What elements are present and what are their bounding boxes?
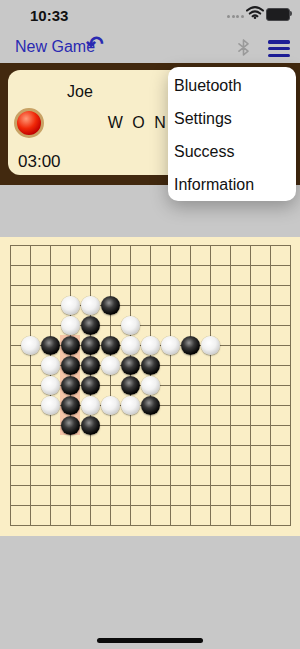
board-cell[interactable] bbox=[0, 275, 20, 295]
board-cell[interactable] bbox=[120, 455, 140, 475]
board-cell[interactable] bbox=[180, 415, 200, 435]
black-stone bbox=[61, 376, 80, 395]
board-cell[interactable] bbox=[220, 475, 240, 495]
board-cell[interactable] bbox=[160, 235, 180, 255]
board-cell[interactable] bbox=[260, 315, 280, 335]
hamburger-bar bbox=[268, 40, 290, 44]
board-cell[interactable] bbox=[280, 255, 300, 275]
board-cell[interactable] bbox=[0, 415, 20, 435]
hamburger-bar bbox=[268, 54, 290, 58]
board-cell[interactable] bbox=[60, 455, 80, 475]
status-time: 10:33 bbox=[30, 7, 68, 24]
board-cell[interactable] bbox=[100, 415, 120, 435]
board-cell[interactable] bbox=[140, 255, 160, 275]
board-cell[interactable] bbox=[140, 275, 160, 295]
board-cell[interactable] bbox=[200, 275, 220, 295]
white-stone bbox=[61, 316, 80, 335]
board-cell[interactable] bbox=[40, 255, 60, 275]
board-cell[interactable] bbox=[140, 355, 160, 375]
board-cell[interactable] bbox=[60, 315, 80, 335]
board-cell[interactable] bbox=[100, 435, 120, 455]
board-cell[interactable] bbox=[280, 455, 300, 475]
black-stone bbox=[81, 356, 100, 375]
board-cell[interactable] bbox=[180, 515, 200, 535]
board-cell[interactable] bbox=[20, 435, 40, 455]
board-cell[interactable] bbox=[260, 275, 280, 295]
black-stone bbox=[101, 336, 120, 355]
board-cell[interactable] bbox=[80, 235, 100, 255]
board-cell[interactable] bbox=[140, 495, 160, 515]
board-cell[interactable] bbox=[140, 315, 160, 335]
board-cell[interactable] bbox=[240, 455, 260, 475]
board-cell[interactable] bbox=[60, 255, 80, 275]
board-cell[interactable] bbox=[160, 495, 180, 515]
board-cell[interactable] bbox=[100, 515, 120, 535]
board-cell[interactable] bbox=[220, 295, 240, 315]
white-stone bbox=[21, 336, 40, 355]
popover-menu: Bluetooth Settings Success Information bbox=[168, 67, 296, 201]
board-cell[interactable] bbox=[140, 475, 160, 495]
board-cell[interactable] bbox=[280, 315, 300, 335]
board-cell[interactable] bbox=[80, 295, 100, 315]
black-stone bbox=[81, 316, 100, 335]
board-cell[interactable] bbox=[40, 355, 60, 375]
board-cell[interactable] bbox=[100, 475, 120, 495]
board-cell[interactable] bbox=[160, 315, 180, 335]
black-stone bbox=[141, 356, 160, 375]
board-cell[interactable] bbox=[60, 335, 80, 355]
board-cell[interactable] bbox=[0, 235, 20, 255]
board-cell[interactable] bbox=[120, 435, 140, 455]
board-cell[interactable] bbox=[100, 335, 120, 355]
battery-icon bbox=[266, 8, 290, 21]
board-cell[interactable] bbox=[80, 435, 100, 455]
battery-icon bbox=[290, 11, 292, 16]
board-cell[interactable] bbox=[220, 455, 240, 475]
board-cell[interactable] bbox=[40, 275, 60, 295]
board-cell[interactable] bbox=[100, 315, 120, 335]
board-cell[interactable] bbox=[120, 475, 140, 495]
board-cell[interactable] bbox=[180, 275, 200, 295]
board-cell[interactable] bbox=[200, 455, 220, 475]
black-stone bbox=[61, 416, 80, 435]
board-cell[interactable] bbox=[260, 435, 280, 455]
player-timer: 03:00 bbox=[18, 152, 61, 172]
board-cell[interactable] bbox=[220, 235, 240, 255]
board-cell[interactable] bbox=[80, 475, 100, 495]
board-cell[interactable] bbox=[260, 455, 280, 475]
white-stone bbox=[101, 356, 120, 375]
board-cell[interactable] bbox=[240, 255, 260, 275]
board-cell[interactable] bbox=[160, 435, 180, 455]
board-cell[interactable] bbox=[80, 495, 100, 515]
board-cell[interactable] bbox=[60, 275, 80, 295]
board-cell[interactable] bbox=[100, 455, 120, 475]
board-cell[interactable] bbox=[20, 295, 40, 315]
board-cell[interactable] bbox=[20, 515, 40, 535]
board-cell[interactable] bbox=[0, 255, 20, 275]
board-cell[interactable] bbox=[240, 435, 260, 455]
hamburger-bar bbox=[268, 47, 290, 51]
board-cell[interactable] bbox=[280, 375, 300, 395]
black-stone bbox=[141, 396, 160, 415]
board-cell[interactable] bbox=[180, 235, 200, 255]
white-stone bbox=[141, 376, 160, 395]
board-cell[interactable] bbox=[200, 355, 220, 375]
board-cell[interactable] bbox=[20, 495, 40, 515]
board-cell[interactable] bbox=[40, 515, 60, 535]
board-cell[interactable] bbox=[220, 275, 240, 295]
board-cell[interactable] bbox=[20, 415, 40, 435]
board-cell[interactable] bbox=[240, 475, 260, 495]
board-cell[interactable] bbox=[40, 235, 60, 255]
board-cell[interactable] bbox=[20, 355, 40, 375]
board-cell[interactable] bbox=[280, 515, 300, 535]
board-cell[interactable] bbox=[180, 435, 200, 455]
white-stone bbox=[121, 316, 140, 335]
white-stone bbox=[41, 356, 60, 375]
board-cell[interactable] bbox=[160, 375, 180, 395]
board-cell[interactable] bbox=[200, 375, 220, 395]
board-cell[interactable] bbox=[260, 255, 280, 275]
board-cell[interactable] bbox=[280, 415, 300, 435]
board-cell[interactable] bbox=[80, 375, 100, 395]
board-cell[interactable] bbox=[120, 295, 140, 315]
white-stone bbox=[121, 396, 140, 415]
board-cell[interactable] bbox=[200, 315, 220, 335]
board-cell[interactable] bbox=[200, 295, 220, 315]
board-cell[interactable] bbox=[260, 495, 280, 515]
cellular-signal-icon bbox=[232, 15, 235, 18]
board-cell[interactable] bbox=[20, 335, 40, 355]
board-cell[interactable] bbox=[0, 435, 20, 455]
board-cell[interactable] bbox=[220, 495, 240, 515]
board-cell[interactable] bbox=[60, 395, 80, 415]
board-cell[interactable] bbox=[160, 455, 180, 475]
cellular-signal-icon bbox=[227, 15, 230, 18]
board-cell[interactable] bbox=[140, 375, 160, 395]
board-cell[interactable] bbox=[260, 395, 280, 415]
board-cell[interactable] bbox=[120, 495, 140, 515]
board-cell[interactable] bbox=[180, 455, 200, 475]
board-cell[interactable] bbox=[200, 475, 220, 495]
board-cell[interactable] bbox=[20, 375, 40, 395]
board-cell[interactable] bbox=[280, 435, 300, 455]
board-cell[interactable] bbox=[260, 295, 280, 315]
board-cell[interactable] bbox=[200, 515, 220, 535]
black-stone bbox=[121, 376, 140, 395]
board-cell[interactable] bbox=[140, 455, 160, 475]
board-cell[interactable] bbox=[220, 335, 240, 355]
board-cell[interactable] bbox=[260, 355, 280, 375]
board-cell[interactable] bbox=[200, 235, 220, 255]
board-cell[interactable] bbox=[20, 315, 40, 335]
board-cell[interactable] bbox=[120, 255, 140, 275]
board-cell[interactable] bbox=[240, 315, 260, 335]
board-cell[interactable] bbox=[180, 375, 200, 395]
board-cell[interactable] bbox=[80, 355, 100, 375]
board-cell[interactable] bbox=[180, 295, 200, 315]
white-stone bbox=[201, 336, 220, 355]
board-cell[interactable] bbox=[40, 495, 60, 515]
board-cell[interactable] bbox=[40, 415, 60, 435]
white-stone bbox=[161, 336, 180, 355]
board-cell[interactable] bbox=[120, 515, 140, 535]
board-cell[interactable] bbox=[240, 495, 260, 515]
black-stone bbox=[61, 336, 80, 355]
black-stone bbox=[101, 296, 120, 315]
board-grid bbox=[0, 235, 300, 535]
menu-item-success[interactable]: Success bbox=[168, 135, 296, 168]
board-cell[interactable] bbox=[20, 395, 40, 415]
board-cell[interactable] bbox=[0, 395, 20, 415]
board-cell[interactable] bbox=[140, 415, 160, 435]
board-cell[interactable] bbox=[220, 255, 240, 275]
undo-icon[interactable]: ↶ bbox=[86, 33, 104, 54]
board-cell[interactable] bbox=[240, 275, 260, 295]
board-cell[interactable] bbox=[40, 295, 60, 315]
board-cell[interactable] bbox=[140, 435, 160, 455]
board-cell[interactable] bbox=[60, 375, 80, 395]
board-cell[interactable] bbox=[200, 395, 220, 415]
menu-item-information[interactable]: Information bbox=[168, 168, 296, 201]
board-cell[interactable] bbox=[40, 315, 60, 335]
black-stone bbox=[121, 356, 140, 375]
board-cell[interactable] bbox=[120, 415, 140, 435]
board-cell[interactable] bbox=[120, 275, 140, 295]
board-cell[interactable] bbox=[40, 435, 60, 455]
board-cell[interactable] bbox=[60, 475, 80, 495]
board-cell[interactable] bbox=[160, 335, 180, 355]
board-cell[interactable] bbox=[200, 255, 220, 275]
board-cell[interactable] bbox=[240, 355, 260, 375]
white-stone bbox=[41, 376, 60, 395]
cellular-signal-icon bbox=[236, 15, 239, 18]
board-cell[interactable] bbox=[120, 235, 140, 255]
board-cell[interactable] bbox=[0, 455, 20, 475]
menu-item-bluetooth[interactable]: Bluetooth bbox=[168, 69, 296, 102]
board-cell[interactable] bbox=[240, 375, 260, 395]
board-cell[interactable] bbox=[20, 475, 40, 495]
board-cell[interactable] bbox=[220, 315, 240, 335]
board-cell[interactable] bbox=[80, 515, 100, 535]
board-cell[interactable] bbox=[20, 455, 40, 475]
board-cell[interactable] bbox=[220, 375, 240, 395]
board-cell[interactable] bbox=[200, 435, 220, 455]
board-cell[interactable] bbox=[40, 455, 60, 475]
board-cell[interactable] bbox=[0, 475, 20, 495]
board-cell[interactable] bbox=[240, 415, 260, 435]
board-cell[interactable] bbox=[280, 275, 300, 295]
board-cell[interactable] bbox=[20, 255, 40, 275]
board-cell[interactable] bbox=[180, 335, 200, 355]
board-cell[interactable] bbox=[160, 295, 180, 315]
board-cell[interactable] bbox=[160, 415, 180, 435]
board-cell[interactable] bbox=[260, 335, 280, 355]
board-cell[interactable] bbox=[80, 415, 100, 435]
board-cell[interactable] bbox=[160, 515, 180, 535]
white-stone bbox=[121, 336, 140, 355]
board-cell[interactable] bbox=[180, 475, 200, 495]
board-cell[interactable] bbox=[0, 315, 20, 335]
board-cell[interactable] bbox=[280, 395, 300, 415]
new-game-button[interactable]: New Game bbox=[15, 38, 95, 56]
board-cell[interactable] bbox=[280, 335, 300, 355]
board-cell[interactable] bbox=[160, 255, 180, 275]
board-cell[interactable] bbox=[80, 255, 100, 275]
white-stone bbox=[81, 396, 100, 415]
black-stone bbox=[81, 376, 100, 395]
board-cell[interactable] bbox=[60, 355, 80, 375]
board-cell[interactable] bbox=[100, 495, 120, 515]
board-cell[interactable] bbox=[120, 315, 140, 335]
board-cell[interactable] bbox=[240, 515, 260, 535]
board-cell[interactable] bbox=[120, 395, 140, 415]
board-cell[interactable] bbox=[60, 515, 80, 535]
board-cell[interactable] bbox=[60, 435, 80, 455]
wifi-icon bbox=[246, 6, 264, 19]
board-cell[interactable] bbox=[20, 235, 40, 255]
board-cell[interactable] bbox=[260, 235, 280, 255]
board-cell[interactable] bbox=[0, 515, 20, 535]
white-stone bbox=[141, 336, 160, 355]
black-stone bbox=[181, 336, 200, 355]
board-cell[interactable] bbox=[100, 255, 120, 275]
board-cell[interactable] bbox=[60, 235, 80, 255]
board-cell[interactable] bbox=[100, 395, 120, 415]
board-cell[interactable] bbox=[160, 355, 180, 375]
board-cell[interactable] bbox=[260, 515, 280, 535]
hamburger-menu-icon[interactable] bbox=[268, 40, 290, 60]
board-cell[interactable] bbox=[40, 335, 60, 355]
won-status-label: W O N bbox=[98, 114, 178, 132]
board-cell[interactable] bbox=[240, 295, 260, 315]
menu-item-settings[interactable]: Settings bbox=[168, 102, 296, 135]
board-cell[interactable] bbox=[60, 415, 80, 435]
board-cell[interactable] bbox=[140, 295, 160, 315]
board-cell[interactable] bbox=[160, 275, 180, 295]
board-cell[interactable] bbox=[100, 375, 120, 395]
player-name: Joe bbox=[0, 83, 160, 101]
board-cell[interactable] bbox=[220, 395, 240, 415]
board-cell[interactable] bbox=[180, 255, 200, 275]
black-stone bbox=[81, 336, 100, 355]
bluetooth-icon[interactable] bbox=[237, 39, 250, 56]
board-cell[interactable] bbox=[240, 395, 260, 415]
board-cell[interactable] bbox=[20, 275, 40, 295]
board-cell[interactable] bbox=[140, 335, 160, 355]
board-cell[interactable] bbox=[60, 495, 80, 515]
board-cell[interactable] bbox=[100, 295, 120, 315]
board-cell[interactable] bbox=[280, 495, 300, 515]
board-cell[interactable] bbox=[0, 335, 20, 355]
player-stone-indicator bbox=[14, 108, 44, 138]
board-cell[interactable] bbox=[220, 415, 240, 435]
board-cell[interactable] bbox=[40, 395, 60, 415]
black-stone bbox=[61, 396, 80, 415]
board-cell[interactable] bbox=[180, 395, 200, 415]
board-cell[interactable] bbox=[0, 375, 20, 395]
board-cell[interactable] bbox=[160, 395, 180, 415]
board-cell[interactable] bbox=[120, 375, 140, 395]
board-cell[interactable] bbox=[80, 395, 100, 415]
board-cell[interactable] bbox=[40, 475, 60, 495]
board-cell[interactable] bbox=[100, 275, 120, 295]
board-cell[interactable] bbox=[180, 315, 200, 335]
board-cell[interactable] bbox=[200, 415, 220, 435]
board-cell[interactable] bbox=[80, 335, 100, 355]
board-cell[interactable] bbox=[200, 335, 220, 355]
black-stone bbox=[81, 416, 100, 435]
board-cell[interactable] bbox=[80, 455, 100, 475]
black-stone bbox=[61, 356, 80, 375]
black-stone bbox=[41, 336, 60, 355]
board-cell[interactable] bbox=[260, 415, 280, 435]
board-cell[interactable] bbox=[100, 235, 120, 255]
board-cell[interactable] bbox=[280, 235, 300, 255]
board-cell[interactable] bbox=[200, 495, 220, 515]
board-cell[interactable] bbox=[0, 355, 20, 375]
board-cell[interactable] bbox=[220, 355, 240, 375]
board-cell[interactable] bbox=[280, 355, 300, 375]
board-cell[interactable] bbox=[80, 315, 100, 335]
board-cell[interactable] bbox=[0, 295, 20, 315]
board-cell[interactable] bbox=[140, 515, 160, 535]
board-cell[interactable] bbox=[280, 475, 300, 495]
board-cell[interactable] bbox=[140, 395, 160, 415]
board-cell[interactable] bbox=[260, 375, 280, 395]
board-cell[interactable] bbox=[160, 475, 180, 495]
board-cell[interactable] bbox=[80, 275, 100, 295]
board-cell[interactable] bbox=[240, 335, 260, 355]
board-cell[interactable] bbox=[220, 515, 240, 535]
white-stone bbox=[61, 296, 80, 315]
board-cell[interactable] bbox=[280, 295, 300, 315]
board-cell[interactable] bbox=[140, 235, 160, 255]
board-cell[interactable] bbox=[180, 495, 200, 515]
board-cell[interactable] bbox=[120, 335, 140, 355]
board-cell[interactable] bbox=[40, 375, 60, 395]
board-cell[interactable] bbox=[260, 475, 280, 495]
white-stone bbox=[101, 396, 120, 415]
board-cell[interactable] bbox=[100, 355, 120, 375]
home-indicator[interactable] bbox=[97, 638, 203, 643]
board-cell[interactable] bbox=[0, 495, 20, 515]
board-cell[interactable] bbox=[240, 235, 260, 255]
board-cell[interactable] bbox=[220, 435, 240, 455]
white-stone bbox=[41, 396, 60, 415]
cellular-signal-icon bbox=[241, 15, 244, 18]
board-cell[interactable] bbox=[60, 295, 80, 315]
board-cell[interactable] bbox=[180, 355, 200, 375]
board-cell[interactable] bbox=[120, 355, 140, 375]
white-stone bbox=[81, 296, 100, 315]
